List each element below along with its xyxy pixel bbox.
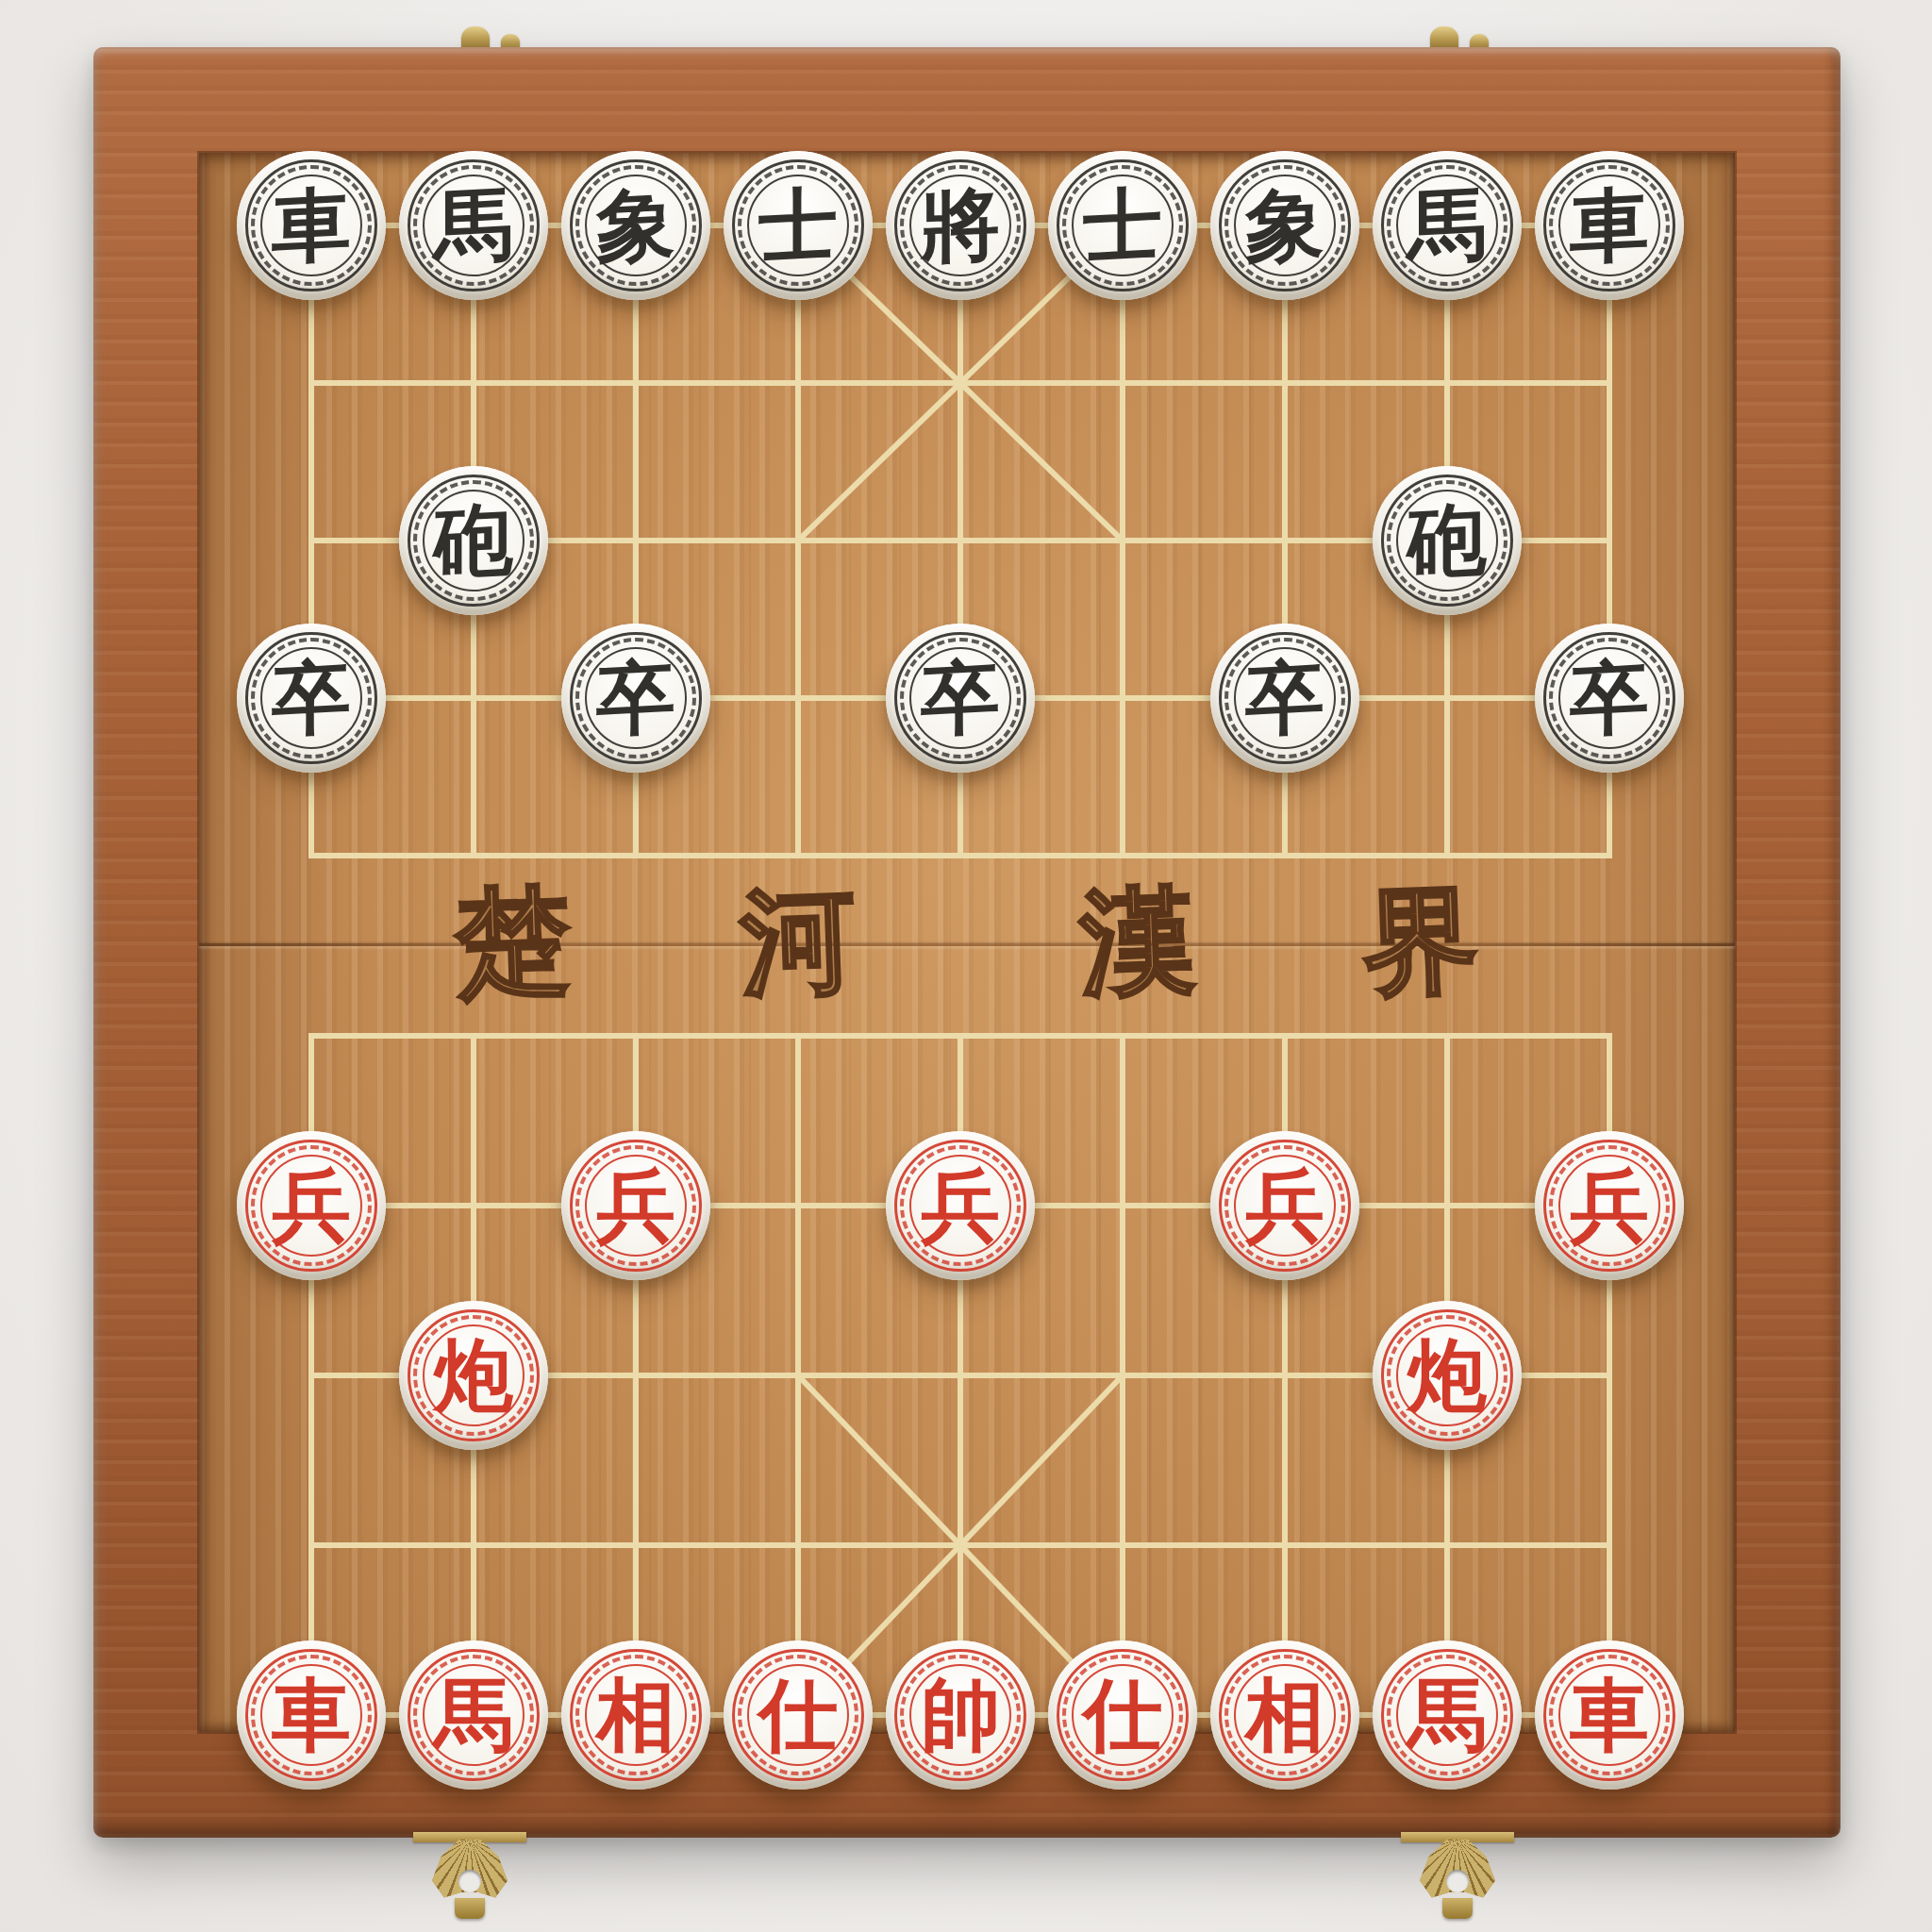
piece-character: 相 bbox=[1210, 1641, 1359, 1790]
piece-character: 馬 bbox=[399, 1641, 548, 1790]
piece-black-cannon[interactable]: 砲 bbox=[1373, 466, 1522, 615]
piece-character: 砲 bbox=[1373, 462, 1522, 619]
piece-character: 車 bbox=[1535, 1641, 1684, 1790]
piece-character: 車 bbox=[237, 147, 386, 304]
piece-character: 卒 bbox=[237, 620, 386, 776]
piece-red-cannon[interactable]: 炮 bbox=[399, 1301, 548, 1450]
piece-black-advisor[interactable]: 士 bbox=[724, 151, 873, 300]
piece-red-advisor[interactable]: 仕 bbox=[1048, 1641, 1197, 1790]
piece-black-elephant[interactable]: 象 bbox=[561, 151, 710, 300]
clasp-hole-icon bbox=[1446, 1870, 1469, 1892]
piece-red-chariot[interactable]: 車 bbox=[237, 1641, 386, 1790]
piece-black-soldier[interactable]: 卒 bbox=[1210, 624, 1359, 773]
piece-character: 兵 bbox=[1535, 1131, 1684, 1280]
piece-red-cannon[interactable]: 炮 bbox=[1373, 1301, 1522, 1450]
board-surface[interactable]: 楚 河 漢 界 車馬象士將士象馬車砲砲卒卒卒卒卒兵兵兵兵兵炮炮車馬相仕帥仕相馬車 bbox=[199, 153, 1735, 1732]
piece-character: 馬 bbox=[1373, 1641, 1522, 1790]
piece-character: 砲 bbox=[399, 462, 548, 619]
piece-character: 仕 bbox=[1048, 1641, 1197, 1790]
clasp-tab-icon bbox=[455, 1898, 485, 1919]
piece-character: 卒 bbox=[886, 620, 1035, 776]
piece-character: 卒 bbox=[1535, 620, 1684, 776]
river-character-he: 河 bbox=[710, 856, 886, 1031]
piece-red-soldier[interactable]: 兵 bbox=[886, 1131, 1035, 1280]
piece-character: 車 bbox=[237, 1641, 386, 1790]
piece-character: 士 bbox=[1048, 147, 1197, 304]
piece-character: 車 bbox=[1535, 147, 1684, 304]
piece-red-horse[interactable]: 馬 bbox=[399, 1641, 548, 1790]
piece-character: 炮 bbox=[399, 1301, 548, 1450]
piece-black-soldier[interactable]: 卒 bbox=[1535, 624, 1684, 773]
piece-character: 馬 bbox=[1373, 147, 1522, 304]
piece-black-horse[interactable]: 馬 bbox=[1373, 151, 1522, 300]
river-character-jie: 界 bbox=[1333, 856, 1508, 1031]
piece-black-general[interactable]: 將 bbox=[886, 151, 1035, 300]
piece-black-advisor[interactable]: 士 bbox=[1048, 151, 1197, 300]
piece-red-general[interactable]: 帥 bbox=[886, 1641, 1035, 1790]
clasp-tab-icon bbox=[1442, 1898, 1473, 1919]
piece-character: 帥 bbox=[886, 1641, 1035, 1790]
piece-character: 炮 bbox=[1373, 1301, 1522, 1450]
piece-black-soldier[interactable]: 卒 bbox=[237, 624, 386, 773]
piece-character: 卒 bbox=[1210, 620, 1359, 776]
piece-character: 象 bbox=[561, 147, 710, 304]
piece-character: 兵 bbox=[237, 1131, 386, 1280]
piece-character: 兵 bbox=[561, 1131, 710, 1280]
piece-red-soldier[interactable]: 兵 bbox=[1535, 1131, 1684, 1280]
clasp-hole-icon bbox=[458, 1870, 481, 1892]
piece-character: 兵 bbox=[886, 1131, 1035, 1280]
piece-black-cannon[interactable]: 砲 bbox=[399, 466, 548, 615]
piece-red-horse[interactable]: 馬 bbox=[1373, 1641, 1522, 1790]
piece-black-soldier[interactable]: 卒 bbox=[561, 624, 710, 773]
piece-character: 士 bbox=[724, 147, 873, 304]
photo-background: 楚 河 漢 界 車馬象士將士象馬車砲砲卒卒卒卒卒兵兵兵兵兵炮炮車馬相仕帥仕相馬車 bbox=[0, 0, 1932, 1932]
piece-red-chariot[interactable]: 車 bbox=[1535, 1641, 1684, 1790]
piece-red-soldier[interactable]: 兵 bbox=[237, 1131, 386, 1280]
piece-red-soldier[interactable]: 兵 bbox=[561, 1131, 710, 1280]
piece-character: 象 bbox=[1210, 147, 1359, 304]
piece-character: 卒 bbox=[561, 620, 710, 776]
piece-red-advisor[interactable]: 仕 bbox=[724, 1641, 873, 1790]
piece-red-soldier[interactable]: 兵 bbox=[1210, 1131, 1359, 1280]
piece-black-chariot[interactable]: 車 bbox=[1535, 151, 1684, 300]
piece-character: 馬 bbox=[399, 147, 548, 304]
piece-black-soldier[interactable]: 卒 bbox=[886, 624, 1035, 773]
river-character-han: 漢 bbox=[1050, 856, 1225, 1031]
piece-character: 將 bbox=[886, 147, 1035, 304]
piece-red-elephant[interactable]: 相 bbox=[561, 1641, 710, 1790]
piece-red-elephant[interactable]: 相 bbox=[1210, 1641, 1359, 1790]
piece-black-chariot[interactable]: 車 bbox=[237, 151, 386, 300]
piece-character: 仕 bbox=[724, 1641, 873, 1790]
piece-black-horse[interactable]: 馬 bbox=[399, 151, 548, 300]
xiangqi-board-frame: 楚 河 漢 界 車馬象士將士象馬車砲砲卒卒卒卒卒兵兵兵兵兵炮炮車馬相仕帥仕相馬車 bbox=[93, 47, 1840, 1838]
piece-character: 兵 bbox=[1210, 1131, 1359, 1280]
piece-character: 相 bbox=[561, 1641, 710, 1790]
river-character-chu: 楚 bbox=[425, 856, 601, 1031]
piece-black-elephant[interactable]: 象 bbox=[1210, 151, 1359, 300]
